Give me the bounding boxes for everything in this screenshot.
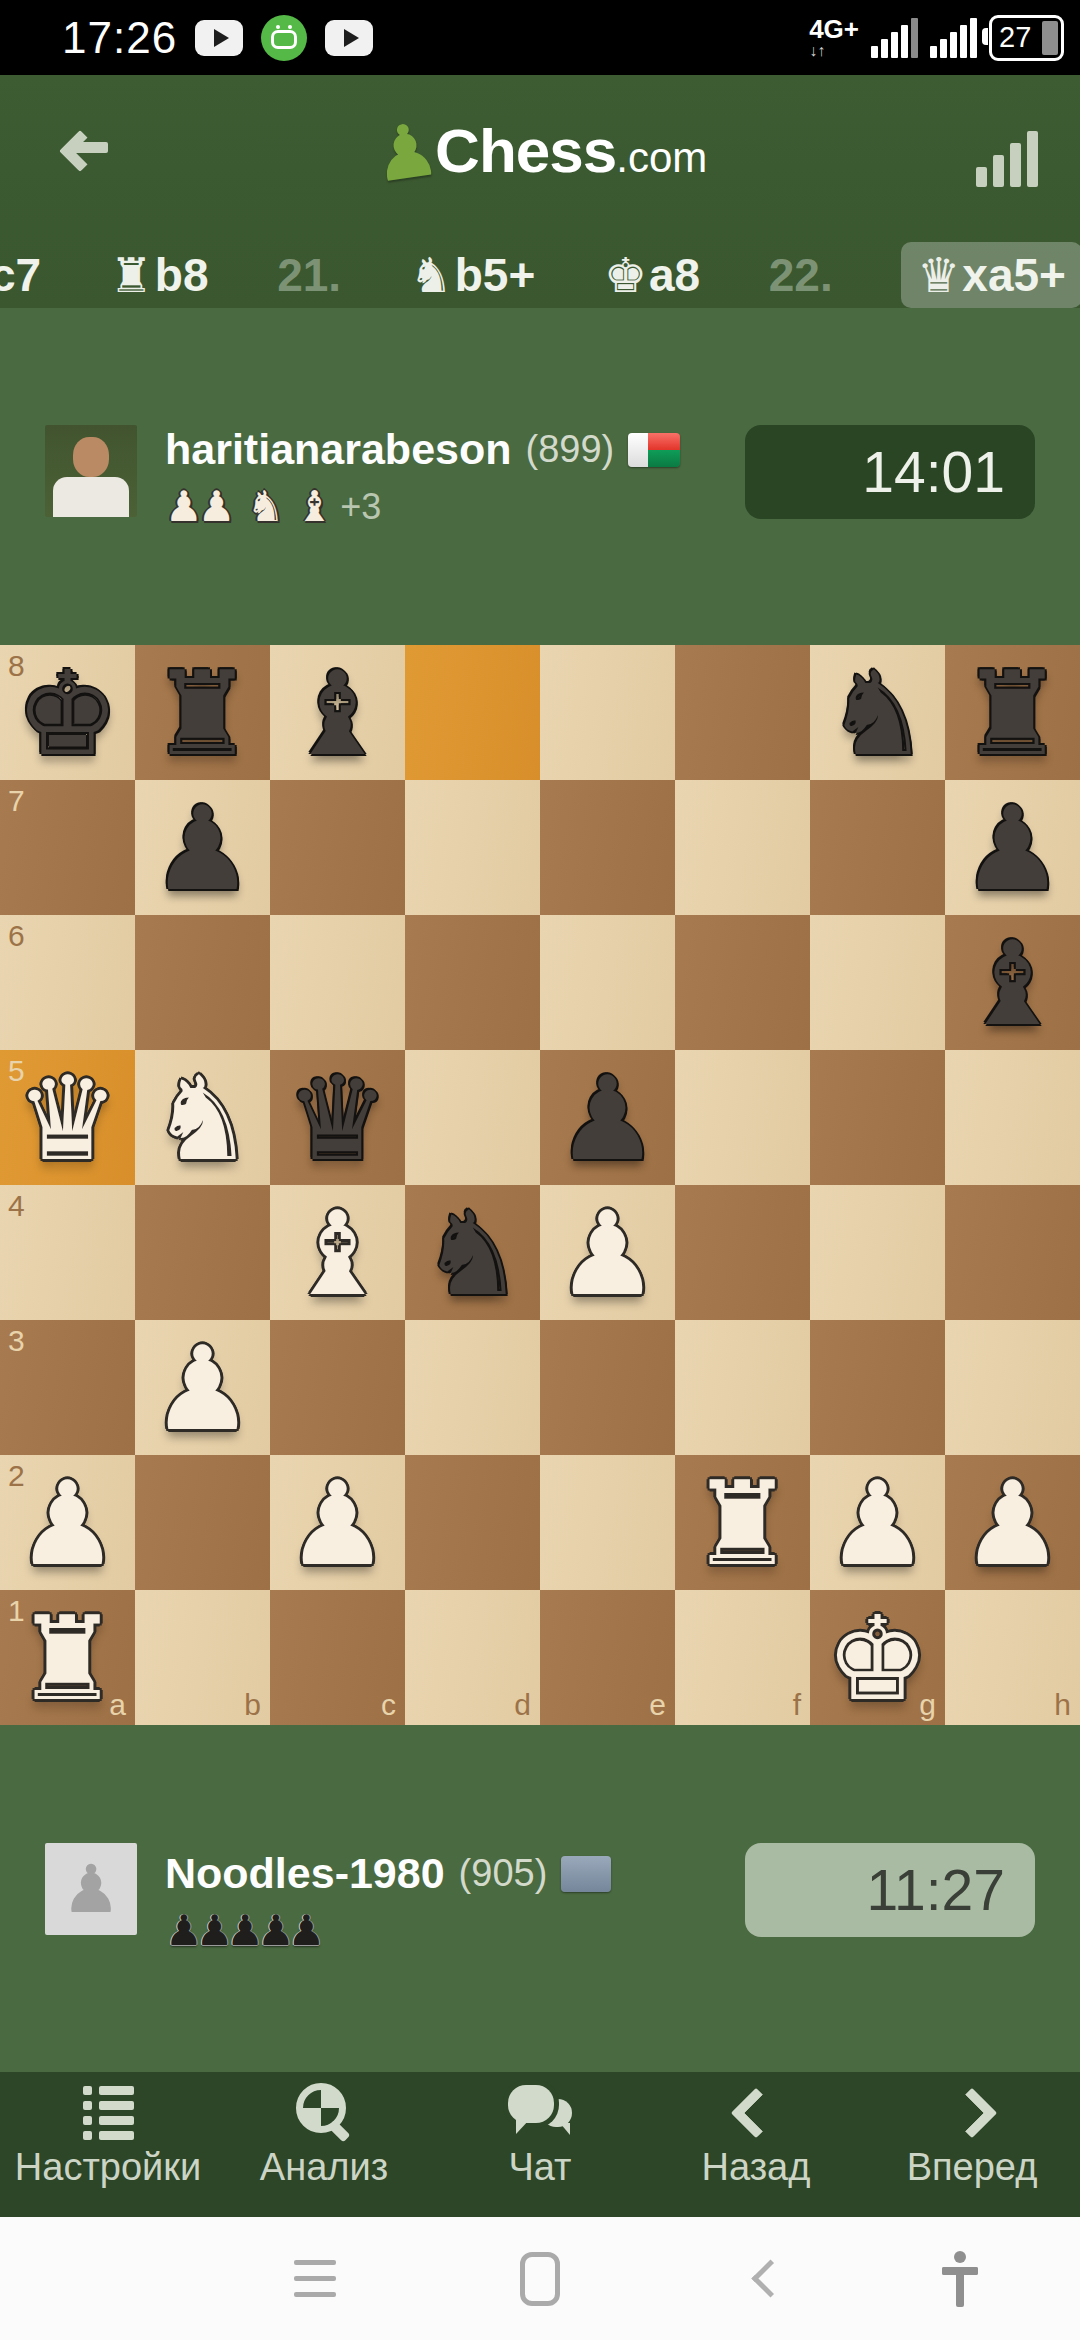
file-label-d: d [514, 1690, 531, 1720]
square-d5[interactable] [405, 1050, 540, 1185]
gray-flag-icon [561, 1856, 611, 1892]
rank-label-6: 6 [8, 921, 25, 951]
square-h2[interactable]: ♟ [945, 1455, 1080, 1590]
bottom-nav: Настройки Анализ Чат Назад Вперед [0, 2072, 1080, 2217]
android-accessibility-button[interactable] [925, 2217, 995, 2340]
material-advantage: +3 [340, 486, 381, 528]
square-h6[interactable]: ♝ [945, 915, 1080, 1050]
opponent-username[interactable]: haritianarabeson [165, 425, 512, 474]
square-f8[interactable] [675, 645, 810, 780]
square-c6[interactable] [270, 915, 405, 1050]
square-g4[interactable] [810, 1185, 945, 1320]
own-clock: 11:27 [745, 1843, 1035, 1937]
square-f2[interactable]: ♜ [675, 1455, 810, 1590]
square-g8[interactable]: ♞ [810, 645, 945, 780]
white-pawn[interactable]: ♟ [540, 1185, 675, 1320]
square-g2[interactable]: ♟ [810, 1455, 945, 1590]
square-a4[interactable]: 4 [0, 1185, 135, 1320]
back-arrow-button[interactable] [58, 123, 116, 171]
own-username[interactable]: Noodles-1980 [165, 1849, 445, 1898]
square-d8[interactable] [405, 645, 540, 780]
battery-icon: 27 [989, 15, 1064, 61]
white-pawn[interactable]: ♟ [270, 1455, 405, 1590]
settings-list-icon [83, 2086, 134, 2140]
black-pawn[interactable]: ♟ [135, 780, 270, 915]
clock-time: 17:26 [62, 13, 177, 63]
square-h5[interactable] [945, 1050, 1080, 1185]
own-avatar[interactable]: ♟ [45, 1843, 137, 1935]
square-c3[interactable] [270, 1320, 405, 1455]
nav-analysis-button[interactable]: Анализ [216, 2072, 432, 2217]
nav-settings-button[interactable]: Настройки [0, 2072, 216, 2217]
square-f5[interactable] [675, 1050, 810, 1185]
file-label-b: b [244, 1690, 261, 1720]
square-b1[interactable]: b [135, 1590, 270, 1725]
white-rook[interactable]: ♜ [675, 1455, 810, 1590]
square-h3[interactable] [945, 1320, 1080, 1455]
square-g7[interactable] [810, 780, 945, 915]
square-h7[interactable]: ♟ [945, 780, 1080, 915]
square-b3[interactable]: ♟ [135, 1320, 270, 1455]
square-e6[interactable] [540, 915, 675, 1050]
nav-chat-button[interactable]: Чат [432, 2072, 648, 2217]
square-c8[interactable]: ♝ [270, 645, 405, 780]
nav-back-button[interactable]: Назад [648, 2072, 864, 2217]
black-bishop[interactable]: ♝ [270, 645, 405, 780]
move-item[interactable]: ♚a8 [604, 247, 700, 303]
black-bishop[interactable]: ♝ [945, 915, 1080, 1050]
square-e1[interactable]: e [540, 1590, 675, 1725]
chesscom-logo: ♟ Chess .com [373, 115, 707, 189]
square-c5[interactable]: ♛ [270, 1050, 405, 1185]
chevron-left-icon [731, 2088, 782, 2139]
square-f7[interactable] [675, 780, 810, 915]
move-number: 22. [769, 248, 833, 302]
square-f3[interactable] [675, 1320, 810, 1455]
chess-app-screen: 17:26 4G+ ↓↑ 27 ♟ [0, 0, 1080, 2340]
move-item[interactable]: c7 [0, 248, 41, 302]
square-b4[interactable] [135, 1185, 270, 1320]
square-a7[interactable]: 7 [0, 780, 135, 915]
square-d1[interactable]: d [405, 1590, 540, 1725]
rank-label-4: 4 [8, 1191, 25, 1221]
square-g1[interactable]: g♚ [810, 1590, 945, 1725]
white-pawn[interactable]: ♟ [810, 1455, 945, 1590]
signal-bars-icon-sim1 [871, 18, 918, 58]
move-item-current[interactable]: ♛xa5+ [901, 242, 1080, 308]
square-b2[interactable] [135, 1455, 270, 1590]
square-c2[interactable]: ♟ [270, 1455, 405, 1590]
android-home-button[interactable] [505, 2217, 575, 2340]
opponent-rating: (899) [526, 428, 615, 471]
move-number: 21. [277, 248, 341, 302]
square-g5[interactable] [810, 1050, 945, 1185]
square-e8[interactable] [540, 645, 675, 780]
android-nav-bar [0, 2217, 1080, 2340]
square-d3[interactable] [405, 1320, 540, 1455]
black-knight[interactable]: ♞ [810, 645, 945, 780]
white-bishop[interactable]: ♝ [270, 1185, 405, 1320]
file-label-e: e [649, 1690, 666, 1720]
move-item[interactable]: ♜b8 [110, 247, 209, 303]
file-label-h: h [1054, 1690, 1071, 1720]
square-a8[interactable]: 8♚ [0, 645, 135, 780]
square-a6[interactable]: 6 [0, 915, 135, 1050]
white-pawn[interactable]: ♟ [135, 1320, 270, 1455]
rank-label-3: 3 [8, 1326, 25, 1356]
move-list: c7 ♜b8 21. ♞b5+ ♚a8 22. ♛xa5+ [0, 242, 1080, 308]
black-knight[interactable]: ♞ [405, 1185, 540, 1320]
own-player-row: ♟ Noodles-1980 (905) ♟♟♟♟♟ 11:27 [45, 1843, 1035, 1943]
own-rating: (905) [459, 1852, 548, 1895]
chat-bubbles-icon [508, 2085, 572, 2141]
youtube-notification-icon [195, 20, 243, 56]
white-knight[interactable]: ♞ [135, 1050, 270, 1185]
square-f4[interactable] [675, 1185, 810, 1320]
square-d6[interactable] [405, 915, 540, 1050]
youtube-notification-icon [325, 20, 373, 56]
square-h8[interactable]: ♜ [945, 645, 1080, 780]
network-type-label: 4G+ ↓↑ [809, 16, 859, 59]
chevron-right-icon [947, 2088, 998, 2139]
chess-board[interactable]: 8♚♜♝♞♜7♟♟6♝5♛♞♛♟4♝♞♟3♟2♟♟♜♟♟1a♜bcdefg♚h [0, 645, 1080, 1725]
square-g3[interactable] [810, 1320, 945, 1455]
black-pawn[interactable]: ♟ [540, 1050, 675, 1185]
square-g6[interactable] [810, 915, 945, 1050]
black-queen[interactable]: ♛ [270, 1050, 405, 1185]
square-f1[interactable]: f [675, 1590, 810, 1725]
square-c4[interactable]: ♝ [270, 1185, 405, 1320]
square-e3[interactable] [540, 1320, 675, 1455]
pawn-avatar-icon: ♟ [61, 1851, 120, 1928]
square-b7[interactable]: ♟ [135, 780, 270, 915]
square-h4[interactable] [945, 1185, 1080, 1320]
opponent-clock: 14:01 [745, 425, 1035, 519]
square-c1[interactable]: c [270, 1590, 405, 1725]
knight-figurine-icon: ♞ [410, 247, 453, 303]
file-label-c: c [381, 1690, 396, 1720]
square-a2[interactable]: 2♟ [0, 1455, 135, 1590]
black-king[interactable]: ♚ [0, 645, 135, 780]
square-e4[interactable]: ♟ [540, 1185, 675, 1320]
square-d2[interactable] [405, 1455, 540, 1590]
square-e5[interactable]: ♟ [540, 1050, 675, 1185]
opponent-player-row: haritianarabeson (899) ♟♟ ♞ ♝ +3 14:01 [45, 425, 1035, 525]
king-figurine-icon: ♚ [604, 247, 647, 303]
captured-black-pieces: ♟♟♟♟♟ [165, 1906, 318, 1955]
black-rook[interactable]: ♜ [135, 645, 270, 780]
square-h1[interactable]: h [945, 1590, 1080, 1725]
logo-pawn-icon: ♟ [368, 111, 444, 194]
android-back-button[interactable] [735, 2217, 805, 2340]
white-king[interactable]: ♚ [810, 1590, 945, 1725]
white-pawn[interactable]: ♟ [945, 1455, 1080, 1590]
android-bot-notification-icon [261, 15, 307, 61]
square-e7[interactable] [540, 780, 675, 915]
queen-figurine-icon: ♛ [917, 247, 960, 303]
square-b8[interactable]: ♜ [135, 645, 270, 780]
black-rook[interactable]: ♜ [945, 645, 1080, 780]
captured-white-pieces: ♟♟ ♞ ♝ [165, 482, 328, 531]
white-pawn[interactable]: ♟ [0, 1455, 135, 1590]
square-e2[interactable] [540, 1455, 675, 1590]
file-label-f: f [793, 1690, 801, 1720]
white-queen[interactable]: ♛ [0, 1050, 135, 1185]
square-d4[interactable]: ♞ [405, 1185, 540, 1320]
square-b6[interactable] [135, 915, 270, 1050]
square-d7[interactable] [405, 780, 540, 915]
black-pawn[interactable]: ♟ [945, 780, 1080, 915]
square-b5[interactable]: ♞ [135, 1050, 270, 1185]
rook-figurine-icon: ♜ [110, 247, 153, 303]
opponent-avatar[interactable] [45, 425, 137, 517]
nav-forward-button[interactable]: Вперед [864, 2072, 1080, 2217]
rank-label-7: 7 [8, 786, 25, 816]
app-header: ♟ Chess .com c7 ♜b8 21. ♞b5+ ♚a8 22. ♛xa… [0, 75, 1080, 308]
madagascar-flag-icon [628, 433, 680, 467]
white-rook[interactable]: ♜ [0, 1590, 135, 1725]
square-a5[interactable]: 5♛ [0, 1050, 135, 1185]
analysis-magnifier-icon [294, 2083, 354, 2143]
connection-bars-icon[interactable] [976, 131, 1038, 187]
move-item[interactable]: ♞b5+ [410, 247, 536, 303]
signal-bars-icon-sim2 [930, 18, 977, 58]
square-c7[interactable] [270, 780, 405, 915]
android-menu-button[interactable] [280, 2217, 350, 2340]
status-bar: 17:26 4G+ ↓↑ 27 [0, 0, 1080, 75]
square-a1[interactable]: 1a♜ [0, 1590, 135, 1725]
square-f6[interactable] [675, 915, 810, 1050]
square-a3[interactable]: 3 [0, 1320, 135, 1455]
